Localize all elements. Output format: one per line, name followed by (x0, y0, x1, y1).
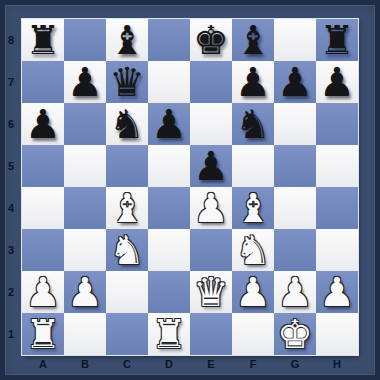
piece-white-pawn: ♟ (190, 187, 232, 229)
square-e2[interactable]: ♛ (190, 271, 232, 313)
square-g7[interactable]: ♟ (274, 61, 316, 103)
piece-black-rook: ♜ (22, 19, 64, 61)
file-label-c: C (106, 356, 148, 374)
square-c4[interactable]: ♝ (106, 187, 148, 229)
rank-labels: 87654321 (0, 19, 22, 355)
square-c7[interactable]: ♛ (106, 61, 148, 103)
square-d5[interactable] (148, 145, 190, 187)
square-b1[interactable] (64, 313, 106, 355)
file-label-b: B (64, 356, 106, 374)
piece-black-rook: ♜ (316, 19, 358, 61)
square-c1[interactable] (106, 313, 148, 355)
square-g2[interactable]: ♟ (274, 271, 316, 313)
square-h5[interactable] (316, 145, 358, 187)
square-g8[interactable] (274, 19, 316, 61)
square-g4[interactable] (274, 187, 316, 229)
piece-black-bishop: ♝ (232, 19, 274, 61)
square-e6[interactable] (190, 103, 232, 145)
square-f5[interactable] (232, 145, 274, 187)
square-b2[interactable]: ♟ (64, 271, 106, 313)
square-c5[interactable] (106, 145, 148, 187)
rank-label-5: 5 (0, 145, 22, 187)
square-a7[interactable] (22, 61, 64, 103)
square-a1[interactable]: ♜ (22, 313, 64, 355)
square-b5[interactable] (64, 145, 106, 187)
square-a8[interactable]: ♜ (22, 19, 64, 61)
file-label-e: E (190, 356, 232, 374)
square-c2[interactable] (106, 271, 148, 313)
piece-white-rook: ♜ (148, 313, 190, 355)
piece-white-pawn: ♟ (232, 271, 274, 313)
rank-label-3: 3 (0, 229, 22, 271)
square-d6[interactable]: ♟ (148, 103, 190, 145)
piece-black-pawn: ♟ (232, 61, 274, 103)
piece-white-bishop: ♝ (106, 187, 148, 229)
square-h8[interactable]: ♜ (316, 19, 358, 61)
piece-black-pawn: ♟ (190, 145, 232, 187)
square-h2[interactable]: ♟ (316, 271, 358, 313)
square-d3[interactable] (148, 229, 190, 271)
file-label-f: F (232, 356, 274, 374)
square-h7[interactable]: ♟ (316, 61, 358, 103)
square-d4[interactable] (148, 187, 190, 229)
square-b3[interactable] (64, 229, 106, 271)
square-e4[interactable]: ♟ (190, 187, 232, 229)
rank-label-1: 1 (0, 313, 22, 355)
square-a5[interactable] (22, 145, 64, 187)
square-c8[interactable]: ♝ (106, 19, 148, 61)
square-d1[interactable]: ♜ (148, 313, 190, 355)
piece-black-pawn: ♟ (148, 103, 190, 145)
rank-label-8: 8 (0, 19, 22, 61)
piece-white-king: ♚ (274, 313, 316, 355)
square-f7[interactable]: ♟ (232, 61, 274, 103)
chess-board-frame: 87654321 ABCDEFGH ♜♝♚♝♜♟♛♟♟♟♟♞♟♞♟♝♟♝♞♞♟♟… (0, 0, 380, 380)
file-label-h: H (316, 356, 358, 374)
file-labels: ABCDEFGH (22, 356, 358, 374)
square-h4[interactable] (316, 187, 358, 229)
square-f1[interactable] (232, 313, 274, 355)
square-f6[interactable]: ♞ (232, 103, 274, 145)
square-b6[interactable] (64, 103, 106, 145)
rank-label-7: 7 (0, 61, 22, 103)
square-a3[interactable] (22, 229, 64, 271)
piece-white-pawn: ♟ (64, 271, 106, 313)
square-a4[interactable] (22, 187, 64, 229)
piece-black-king: ♚ (190, 19, 232, 61)
square-d2[interactable] (148, 271, 190, 313)
piece-white-knight: ♞ (232, 229, 274, 271)
square-e7[interactable] (190, 61, 232, 103)
piece-black-queen: ♛ (106, 61, 148, 103)
square-a6[interactable]: ♟ (22, 103, 64, 145)
file-label-g: G (274, 356, 316, 374)
piece-black-bishop: ♝ (106, 19, 148, 61)
square-g1[interactable]: ♚ (274, 313, 316, 355)
square-e5[interactable]: ♟ (190, 145, 232, 187)
square-e1[interactable] (190, 313, 232, 355)
rank-label-4: 4 (0, 187, 22, 229)
square-a2[interactable]: ♟ (22, 271, 64, 313)
square-f3[interactable]: ♞ (232, 229, 274, 271)
file-label-d: D (148, 356, 190, 374)
square-e3[interactable] (190, 229, 232, 271)
piece-black-pawn: ♟ (274, 61, 316, 103)
piece-black-pawn: ♟ (22, 103, 64, 145)
square-b4[interactable] (64, 187, 106, 229)
square-b8[interactable] (64, 19, 106, 61)
piece-white-knight: ♞ (106, 229, 148, 271)
square-d8[interactable] (148, 19, 190, 61)
square-h6[interactable] (316, 103, 358, 145)
piece-white-pawn: ♟ (316, 271, 358, 313)
piece-white-pawn: ♟ (22, 271, 64, 313)
square-g5[interactable] (274, 145, 316, 187)
rank-label-2: 2 (0, 271, 22, 313)
file-label-a: A (22, 356, 64, 374)
square-c3[interactable]: ♞ (106, 229, 148, 271)
square-g3[interactable] (274, 229, 316, 271)
piece-white-rook: ♜ (22, 313, 64, 355)
piece-black-pawn: ♟ (64, 61, 106, 103)
square-d7[interactable] (148, 61, 190, 103)
piece-black-knight: ♞ (106, 103, 148, 145)
piece-black-pawn: ♟ (316, 61, 358, 103)
square-h1[interactable] (316, 313, 358, 355)
piece-black-knight: ♞ (232, 103, 274, 145)
square-g6[interactable] (274, 103, 316, 145)
square-f4[interactable]: ♝ (232, 187, 274, 229)
square-f8[interactable]: ♝ (232, 19, 274, 61)
piece-white-bishop: ♝ (232, 187, 274, 229)
square-e8[interactable]: ♚ (190, 19, 232, 61)
square-f2[interactable]: ♟ (232, 271, 274, 313)
piece-white-pawn: ♟ (274, 271, 316, 313)
square-c6[interactable]: ♞ (106, 103, 148, 145)
rank-label-6: 6 (0, 103, 22, 145)
chess-board: ♜♝♚♝♜♟♛♟♟♟♟♞♟♞♟♝♟♝♞♞♟♟♛♟♟♟♜♜♚ (22, 19, 358, 355)
piece-white-queen: ♛ (190, 271, 232, 313)
square-h3[interactable] (316, 229, 358, 271)
square-b7[interactable]: ♟ (64, 61, 106, 103)
